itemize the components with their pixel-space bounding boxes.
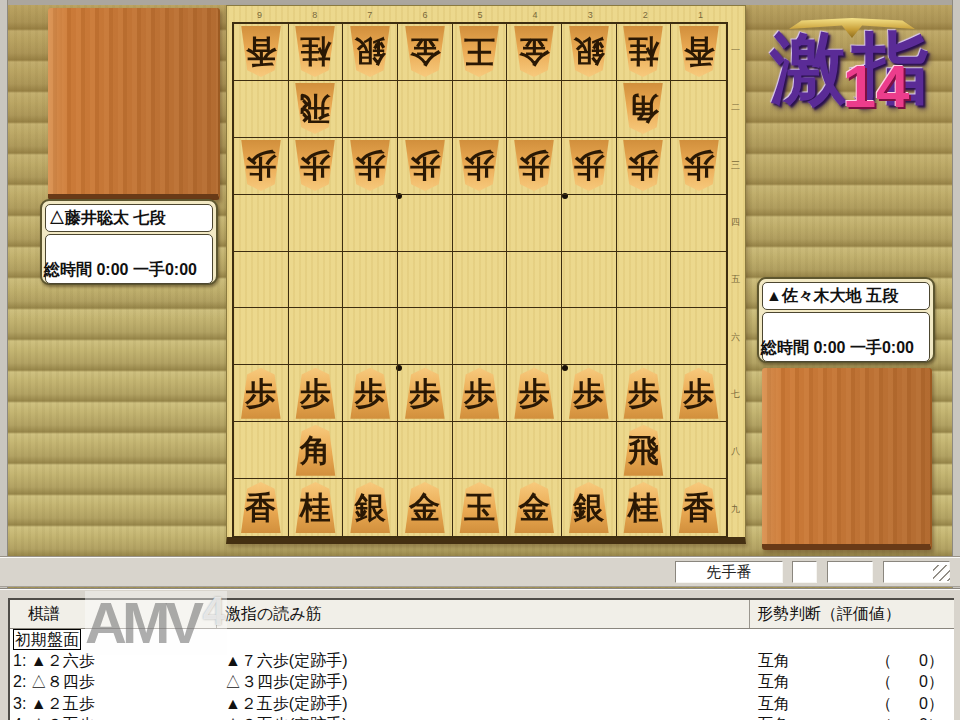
square-4三[interactable]: 歩 [507, 138, 562, 195]
piece-歩-gote[interactable]: 歩 [456, 140, 502, 191]
piece-角-sente[interactable]: 角 [292, 425, 338, 476]
move-cell: 4: △８五歩 [10, 715, 217, 720]
piece-銀-sente[interactable]: 銀 [566, 482, 612, 533]
square-6三[interactable]: 歩 [398, 138, 453, 195]
square-9七[interactable]: 歩 [234, 365, 289, 422]
square-5一[interactable]: 王 [453, 24, 508, 81]
square-9八[interactable] [234, 422, 289, 479]
board-grid: 香桂銀金王金銀桂香飛角歩歩歩歩歩歩歩歩歩歩歩歩歩歩歩歩歩歩角飛香桂銀金玉金銀桂香 [232, 22, 728, 538]
square-8三[interactable]: 歩 [289, 138, 344, 195]
resize-grip[interactable] [933, 565, 950, 581]
rank-coordinate-labels: 一二三四五六七八九 [729, 22, 742, 538]
square-8五[interactable] [289, 252, 344, 309]
move-cell: 1: ▲２六歩 [10, 651, 217, 672]
square-8二[interactable]: 飛 [289, 81, 344, 138]
file-label: 2 [618, 9, 673, 22]
rank-label: 六 [729, 309, 742, 366]
file-label: 9 [232, 9, 287, 22]
gote-time: 総時間 0:00 一手0:00 [44, 260, 197, 281]
square-5二[interactable] [453, 81, 508, 138]
status-cell-empty-2 [827, 561, 873, 583]
file-label: 5 [452, 9, 507, 22]
piece-歩-gote[interactable]: 歩 [292, 140, 338, 191]
square-3七[interactable]: 歩 [562, 365, 617, 422]
square-1八[interactable] [671, 422, 726, 479]
square-6一[interactable]: 金 [398, 24, 453, 81]
piece-歩-sente[interactable]: 歩 [347, 368, 393, 419]
piece-金-sente[interactable]: 金 [402, 482, 448, 533]
sente-time: 総時間 0:00 一手0:00 [761, 338, 914, 359]
piece-金-sente[interactable]: 金 [511, 482, 557, 533]
square-8四[interactable] [289, 195, 344, 252]
square-6六[interactable] [398, 308, 453, 365]
square-7三[interactable]: 歩 [343, 138, 398, 195]
piece-歩-gote[interactable]: 歩 [676, 140, 722, 191]
turn-indicator: 先手番 [675, 561, 783, 583]
rank-label: 三 [729, 137, 742, 194]
square-9五[interactable] [234, 252, 289, 309]
square-9一[interactable]: 香 [234, 24, 289, 81]
square-5九[interactable]: 玉 [453, 479, 508, 536]
square-7七[interactable]: 歩 [343, 365, 398, 422]
square-5五[interactable] [453, 252, 508, 309]
square-8七[interactable]: 歩 [289, 365, 344, 422]
rank-label: 四 [729, 194, 742, 251]
move-cell: 3: ▲２五歩 [10, 694, 217, 715]
square-5七[interactable]: 歩 [453, 365, 508, 422]
square-1九[interactable]: 香 [671, 479, 726, 536]
square-9九[interactable]: 香 [234, 479, 289, 536]
sente-player-name: ▲佐々木大地 五段 [762, 282, 930, 310]
square-3九[interactable]: 銀 [562, 479, 617, 536]
move-cell: △３四歩(定跡手) [217, 672, 750, 693]
piece-香-gote[interactable]: 香 [676, 26, 722, 77]
piece-歩-sente[interactable]: 歩 [292, 368, 338, 419]
rank-label: 五 [729, 251, 742, 308]
logo-version-number: 14 [826, 52, 926, 121]
square-3四[interactable] [562, 195, 617, 252]
move-list-header: 棋譜 激指の読み筋 形勢判断（評価値） [10, 600, 954, 629]
move-row[interactable]: 1: ▲２六歩▲７六歩(定跡手)互角（0） [10, 651, 954, 673]
gote-captured-pieces-tray[interactable] [48, 8, 220, 200]
square-4九[interactable]: 金 [507, 479, 562, 536]
rank-label: 二 [729, 79, 742, 136]
piece-飛-sente[interactable]: 飛 [620, 425, 666, 476]
square-1五[interactable] [671, 252, 726, 309]
move-cell: 初期盤面 [10, 629, 217, 650]
file-label: 6 [397, 9, 452, 22]
rank-label: 一 [729, 22, 742, 79]
move-cell: 互角（0） [750, 672, 954, 693]
square-6七[interactable]: 歩 [398, 365, 453, 422]
square-4二[interactable] [507, 81, 562, 138]
square-9二[interactable] [234, 81, 289, 138]
square-7六[interactable] [343, 308, 398, 365]
piece-歩-gote[interactable]: 歩 [238, 140, 284, 191]
square-4六[interactable] [507, 308, 562, 365]
square-2七[interactable]: 歩 [617, 365, 672, 422]
piece-歩-gote[interactable]: 歩 [402, 140, 448, 191]
file-label: 7 [342, 9, 397, 22]
square-3八[interactable] [562, 422, 617, 479]
square-1七[interactable]: 歩 [671, 365, 726, 422]
square-6五[interactable] [398, 252, 453, 309]
square-7四[interactable] [343, 195, 398, 252]
header-eval: 形勢判断（評価値） [750, 600, 954, 628]
square-8八[interactable]: 角 [289, 422, 344, 479]
rank-label: 九 [729, 481, 742, 538]
move-cell: ▲７六歩(定跡手) [217, 651, 750, 672]
shogi-board: 987654321 一二三四五六七八九 香桂銀金王金銀桂香飛角歩歩歩歩歩歩歩歩歩… [226, 5, 746, 544]
square-5六[interactable] [453, 308, 508, 365]
piece-飛-gote[interactable]: 飛 [292, 83, 338, 134]
piece-歩-gote[interactable]: 歩 [511, 140, 557, 191]
window-right-edge [952, 0, 960, 588]
square-1四[interactable] [671, 195, 726, 252]
square-7一[interactable]: 銀 [343, 24, 398, 81]
square-8六[interactable] [289, 308, 344, 365]
move-row[interactable]: 初期盤面 [10, 629, 954, 651]
move-list: 棋譜 激指の読み筋 形勢判断（評価値） 初期盤面1: ▲２六歩▲７六歩(定跡手)… [8, 598, 954, 720]
piece-桂-gote[interactable]: 桂 [620, 26, 666, 77]
piece-銀-sente[interactable]: 銀 [347, 482, 393, 533]
gote-clock-box: 総時間 0:00 一手0:00 [45, 234, 213, 284]
piece-歩-sente[interactable]: 歩 [456, 368, 502, 419]
piece-歩-gote[interactable]: 歩 [566, 140, 612, 191]
move-cell: ▲２五歩(定跡手) [217, 694, 750, 715]
file-label: 8 [287, 9, 342, 22]
piece-歩-gote[interactable]: 歩 [620, 140, 666, 191]
gote-player-name: △藤井聡太 七段 [45, 204, 213, 232]
square-4一[interactable]: 金 [507, 24, 562, 81]
square-5八[interactable] [453, 422, 508, 479]
file-label: 4 [508, 9, 563, 22]
square-2二[interactable]: 角 [617, 81, 672, 138]
gote-player-box: △藤井聡太 七段 総時間 0:00 一手0:00 [40, 199, 218, 285]
rank-label: 八 [729, 423, 742, 480]
piece-香-gote[interactable]: 香 [238, 26, 284, 77]
square-6八[interactable] [398, 422, 453, 479]
move-cell: 互角（0） [750, 651, 954, 672]
square-5四[interactable] [453, 195, 508, 252]
square-5三[interactable]: 歩 [453, 138, 508, 195]
square-2一[interactable]: 桂 [617, 24, 672, 81]
piece-玉-sente[interactable]: 玉 [456, 482, 502, 533]
square-2八[interactable]: 飛 [617, 422, 672, 479]
analysis-panel: 棋譜 激指の読み筋 形勢判断（評価値） 初期盤面1: ▲２六歩▲７六歩(定跡手)… [0, 588, 960, 720]
move-row[interactable]: 4: △８五歩△８五歩(定跡手)互角（0） [10, 715, 954, 720]
move-cell: 2: △８四歩 [10, 672, 217, 693]
square-8一[interactable]: 桂 [289, 24, 344, 81]
piece-銀-gote[interactable]: 銀 [347, 26, 393, 77]
square-1一[interactable]: 香 [671, 24, 726, 81]
square-6二[interactable] [398, 81, 453, 138]
piece-歩-sente[interactable]: 歩 [238, 368, 284, 419]
square-7五[interactable] [343, 252, 398, 309]
square-4四[interactable] [507, 195, 562, 252]
square-3一[interactable]: 銀 [562, 24, 617, 81]
piece-桂-gote[interactable]: 桂 [292, 26, 338, 77]
square-2九[interactable]: 桂 [617, 479, 672, 536]
sente-clock-box: 総時間 0:00 一手0:00 [762, 312, 930, 362]
move-cell: 互角（0） [750, 694, 954, 715]
piece-歩-sente[interactable]: 歩 [620, 368, 666, 419]
status-cell-empty-1 [792, 561, 817, 583]
square-7九[interactable]: 銀 [343, 479, 398, 536]
move-row[interactable]: 2: △８四歩△３四歩(定跡手)互角（0） [10, 672, 954, 694]
square-4八[interactable] [507, 422, 562, 479]
move-cell: 互角（0） [750, 715, 954, 720]
piece-香-sente[interactable]: 香 [676, 482, 722, 533]
square-3六[interactable] [562, 308, 617, 365]
square-6四[interactable] [398, 195, 453, 252]
header-yomi: 激指の読み筋 [217, 600, 750, 628]
selected-move-label: 初期盤面 [13, 629, 81, 650]
rank-label: 七 [729, 366, 742, 423]
piece-金-gote[interactable]: 金 [511, 26, 557, 77]
piece-桂-sente[interactable]: 桂 [620, 482, 666, 533]
square-1六[interactable] [671, 308, 726, 365]
gekisashi-logo: 激指 14 [756, 10, 948, 128]
square-1三[interactable]: 歩 [671, 138, 726, 195]
status-bar: 先手番 [0, 556, 960, 587]
header-kifu: 棋譜 [10, 600, 217, 628]
piece-金-gote[interactable]: 金 [402, 26, 448, 77]
square-4五[interactable] [507, 252, 562, 309]
piece-歩-sente[interactable]: 歩 [511, 368, 557, 419]
square-9六[interactable] [234, 308, 289, 365]
square-6九[interactable]: 金 [398, 479, 453, 536]
square-3五[interactable] [562, 252, 617, 309]
square-3二[interactable] [562, 81, 617, 138]
square-1二[interactable] [671, 81, 726, 138]
square-2四[interactable] [617, 195, 672, 252]
square-9四[interactable] [234, 195, 289, 252]
piece-歩-sente[interactable]: 歩 [566, 368, 612, 419]
piece-香-sente[interactable]: 香 [238, 482, 284, 533]
move-cell: △８五歩(定跡手) [217, 715, 750, 720]
square-2三[interactable]: 歩 [617, 138, 672, 195]
sente-player-box: ▲佐々木大地 五段 総時間 0:00 一手0:00 [757, 277, 935, 363]
file-label: 1 [673, 9, 728, 22]
window-left-edge [0, 0, 8, 588]
sente-captured-pieces-tray[interactable] [762, 368, 932, 550]
square-7八[interactable] [343, 422, 398, 479]
file-coordinate-labels: 987654321 [232, 9, 728, 22]
square-3三[interactable]: 歩 [562, 138, 617, 195]
file-label: 3 [563, 9, 618, 22]
piece-銀-gote[interactable]: 銀 [566, 26, 612, 77]
square-9三[interactable]: 歩 [234, 138, 289, 195]
square-2五[interactable] [617, 252, 672, 309]
piece-角-gote[interactable]: 角 [620, 83, 666, 134]
piece-王-gote[interactable]: 王 [456, 26, 502, 77]
piece-歩-sente[interactable]: 歩 [676, 368, 722, 419]
piece-桂-sente[interactable]: 桂 [292, 482, 338, 533]
square-2六[interactable] [617, 308, 672, 365]
move-row[interactable]: 3: ▲２五歩▲２五歩(定跡手)互角（0） [10, 694, 954, 716]
piece-歩-gote[interactable]: 歩 [347, 140, 393, 191]
square-7二[interactable] [343, 81, 398, 138]
piece-歩-sente[interactable]: 歩 [402, 368, 448, 419]
square-8九[interactable]: 桂 [289, 479, 344, 536]
square-4七[interactable]: 歩 [507, 365, 562, 422]
